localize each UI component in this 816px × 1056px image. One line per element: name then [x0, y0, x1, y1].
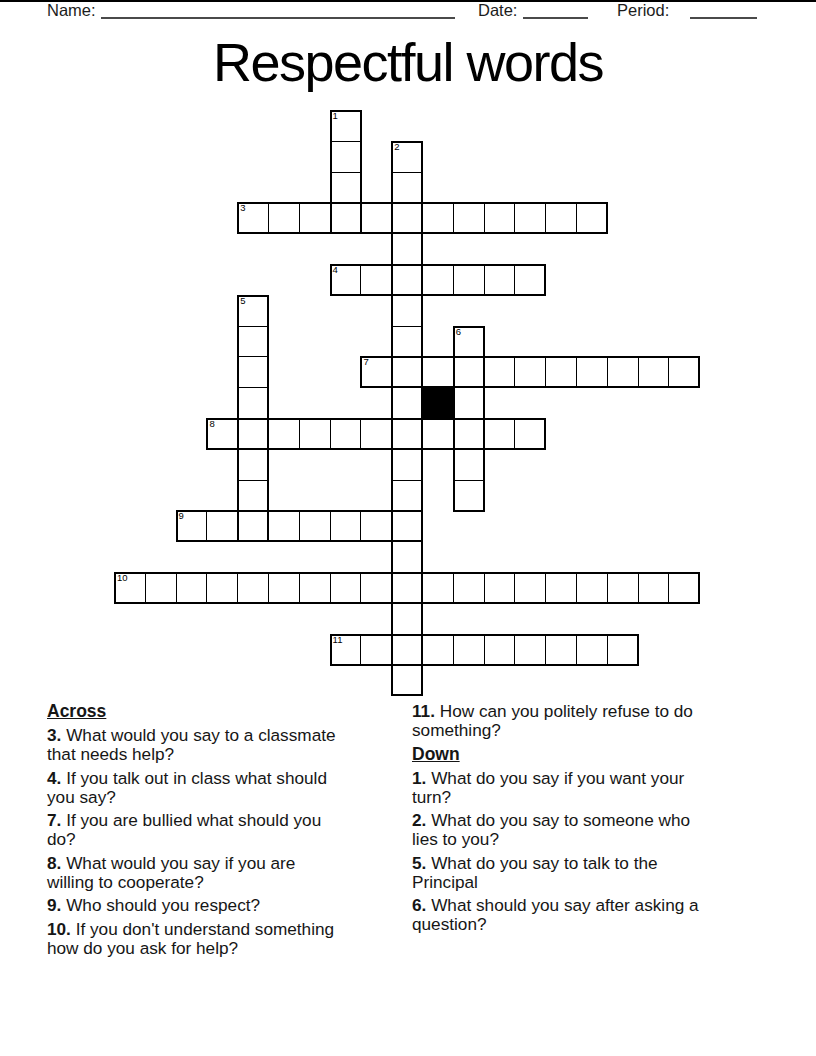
cell-number-2: 2	[394, 142, 399, 152]
clue-across-8: 8. What would you say if you are willing…	[47, 854, 407, 892]
grid-cell-r3c7[interactable]	[330, 202, 362, 234]
grid-cell-r13c4[interactable]	[237, 510, 269, 542]
clues-column-right: 11. How can you politely refuse to do so…	[412, 702, 772, 939]
cell-number-10: 10	[117, 573, 128, 583]
grid-cell-r3c14[interactable]	[545, 202, 577, 234]
grid-cell-r15c15[interactable]	[576, 572, 608, 604]
across-overflow-clues: 11. How can you politely refuse to do so…	[412, 702, 772, 740]
grid-cell-r12c11[interactable]	[453, 480, 485, 512]
grid-cell-r15c18[interactable]	[668, 572, 700, 604]
grid-cell-r11c4[interactable]	[237, 449, 269, 481]
clue-text: If you don't understand something how do…	[47, 919, 334, 958]
grid-cell-r1c9[interactable]: 2	[391, 141, 423, 173]
grid-cell-r15c16[interactable]	[607, 572, 639, 604]
clue-across-9: 9. Who should you respect?	[47, 896, 407, 915]
grid-cell-r15c12[interactable]	[484, 572, 516, 604]
grid-cell-r7c9[interactable]	[391, 326, 423, 358]
grid-cell-r15c14[interactable]	[545, 572, 577, 604]
grid-cell-r9c9[interactable]	[391, 387, 423, 419]
crossword-grid: 1234567891011	[114, 110, 701, 697]
cell-number-4: 4	[333, 265, 338, 275]
name-label: Name:	[47, 1, 96, 20]
grid-cell-r10c10[interactable]	[422, 418, 454, 450]
grid-cell-r7c11[interactable]: 6	[453, 326, 485, 358]
cell-number-11: 11	[333, 635, 343, 645]
grid-cell-r2c7[interactable]	[330, 172, 362, 204]
grid-cell-r13c3[interactable]	[206, 510, 238, 542]
grid-cell-r6c4[interactable]: 5	[237, 295, 269, 327]
cell-number-9: 9	[179, 511, 184, 521]
across-clues: 3. What would you say to a classmate tha…	[47, 726, 407, 958]
cell-number-1: 1	[333, 111, 338, 121]
grid-cell-r13c6[interactable]	[299, 510, 331, 542]
clue-text: What do you say to someone who lies to y…	[412, 810, 690, 849]
grid-cell-r17c11[interactable]	[453, 634, 485, 666]
grid-cell-r3c6[interactable]	[299, 202, 331, 234]
grid-cell-r13c5[interactable]	[268, 510, 300, 542]
clue-across-7: 7. If you are bullied what should you do…	[47, 811, 407, 849]
grid-cell-r3c8[interactable]	[360, 202, 392, 234]
grid-cell-r8c9[interactable]	[391, 356, 423, 388]
grid-cell-r17c16[interactable]	[607, 634, 639, 666]
clue-across-4: 4. If you talk out in class what should …	[47, 769, 407, 807]
grid-cell-r3c9[interactable]	[391, 202, 423, 234]
cell-number-3: 3	[240, 203, 245, 213]
grid-cell-r15c6[interactable]	[299, 572, 331, 604]
grid-cell-r8c4[interactable]	[237, 356, 269, 388]
date-label: Date:	[478, 1, 517, 20]
grid-cell-r10c7[interactable]	[330, 418, 362, 450]
grid-cell-r10c4[interactable]	[237, 418, 269, 450]
grid-cell-r5c12[interactable]	[484, 264, 516, 296]
grid-cell-r8c12[interactable]	[484, 356, 516, 388]
clue-text: What do you say if you want your turn?	[412, 768, 684, 807]
grid-cell-r8c18[interactable]	[668, 356, 700, 388]
grid-cell-r15c9[interactable]	[391, 572, 423, 604]
clue-text: What should you say after asking a quest…	[412, 895, 699, 934]
grid-cell-r18c9[interactable]	[391, 664, 423, 696]
grid-cell-r17c12[interactable]	[484, 634, 516, 666]
grid-cell-r17c15[interactable]	[576, 634, 608, 666]
clue-down-2: 2. What do you say to someone who lies t…	[412, 811, 772, 849]
clue-number: 1.	[412, 768, 426, 788]
clue-across-10: 10. If you don't understand something ho…	[47, 920, 407, 958]
cell-number-7: 7	[363, 357, 368, 367]
grid-cell-r8c16[interactable]	[607, 356, 639, 388]
clue-number: 4.	[47, 768, 61, 788]
grid-cell-r17c10[interactable]	[422, 634, 454, 666]
clue-text: How can you politely refuse to do someth…	[412, 701, 693, 740]
grid-cell-r12c4[interactable]	[237, 480, 269, 512]
down-header: Down	[412, 745, 772, 764]
grid-cell-r15c3[interactable]	[206, 572, 238, 604]
grid-cell-r17c13[interactable]	[514, 634, 546, 666]
grid-cell-r17c8[interactable]	[360, 634, 392, 666]
grid-cell-r15c1[interactable]	[145, 572, 177, 604]
grid-cell-r15c10[interactable]	[422, 572, 454, 604]
grid-cell-r13c7[interactable]	[330, 510, 362, 542]
clue-number: 6.	[412, 895, 426, 915]
grid-cell-r15c2[interactable]	[176, 572, 208, 604]
grid-cell-r14c9[interactable]	[391, 541, 423, 573]
period-blank-line	[690, 1, 757, 19]
grid-cell-r13c2[interactable]: 9	[176, 510, 208, 542]
grid-cell-r5c8[interactable]	[360, 264, 392, 296]
grid-cell-r5c11[interactable]	[453, 264, 485, 296]
grid-cell-r10c3[interactable]: 8	[206, 418, 238, 450]
grid-cell-r8c13[interactable]	[514, 356, 546, 388]
clue-number: 5.	[412, 853, 426, 873]
grid-cell-r8c11[interactable]	[453, 356, 485, 388]
grid-cell-r10c8[interactable]	[360, 418, 392, 450]
crossword-worksheet: Name: Date: Period: Respectful words 123…	[0, 0, 816, 1056]
period-label: Period:	[617, 1, 669, 20]
grid-cell-r15c13[interactable]	[514, 572, 546, 604]
clue-number: 7.	[47, 810, 61, 830]
grid-cell-r11c11[interactable]	[453, 449, 485, 481]
clue-text: If you talk out in class what should you…	[47, 768, 327, 807]
grid-cell-r3c11[interactable]	[453, 202, 485, 234]
clues-column-left: Across 3. What would you say to a classm…	[47, 702, 407, 962]
grid-cell-r13c9[interactable]	[391, 510, 423, 542]
grid-cell-r8c15[interactable]	[576, 356, 608, 388]
grid-cell-r9c4[interactable]	[237, 387, 269, 419]
grid-cell-r15c7[interactable]	[330, 572, 362, 604]
grid-cell-r5c10[interactable]	[422, 264, 454, 296]
grid-cell-r10c11[interactable]	[453, 418, 485, 450]
clue-text: What would you say if you are willing to…	[47, 853, 295, 892]
grid-cell-r8c8[interactable]: 7	[360, 356, 392, 388]
grid-cell-r15c8[interactable]	[360, 572, 392, 604]
grid-cell-r10c12[interactable]	[484, 418, 516, 450]
grid-cell-r3c12[interactable]	[484, 202, 516, 234]
grid-cell-r15c5[interactable]	[268, 572, 300, 604]
grid-cell-r3c15[interactable]	[576, 202, 608, 234]
grid-cell-r3c4[interactable]: 3	[237, 202, 269, 234]
clue-down-6: 6. What should you say after asking a qu…	[412, 896, 772, 934]
clue-number: 8.	[47, 853, 61, 873]
clue-number: 3.	[47, 725, 61, 745]
date-blank-line	[523, 1, 588, 19]
grid-cell-r17c14[interactable]	[545, 634, 577, 666]
grid-cell-r8c17[interactable]	[638, 356, 670, 388]
grid-cell-r3c10[interactable]	[422, 202, 454, 234]
grid-cell-r15c4[interactable]	[237, 572, 269, 604]
grid-cell-r15c17[interactable]	[638, 572, 670, 604]
clue-text: What do you say to talk to the Principal	[412, 853, 658, 892]
grid-cell-r9c11[interactable]	[453, 387, 485, 419]
cell-number-6: 6	[456, 327, 461, 337]
grid-cell-r16c9[interactable]	[391, 603, 423, 635]
grid-cell-r10c13[interactable]	[514, 418, 546, 450]
grid-cell-r5c7[interactable]: 4	[330, 264, 362, 296]
clue-text: What would you say to a classmate that n…	[47, 725, 336, 764]
cell-number-5: 5	[240, 296, 245, 306]
clue-number: 9.	[47, 895, 61, 915]
clue-number: 11.	[412, 701, 435, 721]
clue-across-3: 3. What would you say to a classmate tha…	[47, 726, 407, 764]
grid-cell-r1c7[interactable]	[330, 141, 362, 173]
grid-cell-r3c5[interactable]	[268, 202, 300, 234]
clue-number: 2.	[412, 810, 426, 830]
name-blank-line	[101, 1, 455, 19]
grid-cell-r5c13[interactable]	[514, 264, 546, 296]
cell-number-8: 8	[209, 419, 214, 429]
grid-cell-r13c8[interactable]	[360, 510, 392, 542]
grid-cell-r17c7[interactable]: 11	[330, 634, 362, 666]
grid-cell-r12c9[interactable]	[391, 480, 423, 512]
grid-cell-r2c9[interactable]	[391, 172, 423, 204]
grid-cell-r7c4[interactable]	[237, 326, 269, 358]
grid-cell-r0c7[interactable]: 1	[330, 110, 362, 142]
grid-cell-r10c5[interactable]	[268, 418, 300, 450]
grid-cell-r5c9[interactable]	[391, 264, 423, 296]
clue-text: If you are bullied what should you do?	[47, 810, 321, 849]
grid-cell-r10c6[interactable]	[299, 418, 331, 450]
clue-down-1: 1. What do you say if you want your turn…	[412, 769, 772, 807]
page-title: Respectful words	[0, 33, 816, 92]
grid-cell-r6c9[interactable]	[391, 295, 423, 327]
clue-down-5: 5. What do you say to talk to the Princi…	[412, 854, 772, 892]
grid-cell-r10c9[interactable]	[391, 418, 423, 450]
down-clues: 1. What do you say if you want your turn…	[412, 769, 772, 935]
black-cell	[422, 387, 454, 419]
grid-cell-r8c14[interactable]	[545, 356, 577, 388]
clue-number: 10.	[47, 919, 71, 939]
clue-across-11: 11. How can you politely refuse to do so…	[412, 702, 772, 740]
clue-text: Who should you respect?	[66, 895, 260, 915]
grid-cell-r3c13[interactable]	[514, 202, 546, 234]
grid-cell-r17c9[interactable]	[391, 634, 423, 666]
across-header: Across	[47, 702, 407, 721]
grid-cell-r15c0[interactable]: 10	[114, 572, 146, 604]
grid-cell-r8c10[interactable]	[422, 356, 454, 388]
grid-cell-r15c11[interactable]	[453, 572, 485, 604]
grid-cell-r4c9[interactable]	[391, 233, 423, 265]
grid-cell-r11c9[interactable]	[391, 449, 423, 481]
